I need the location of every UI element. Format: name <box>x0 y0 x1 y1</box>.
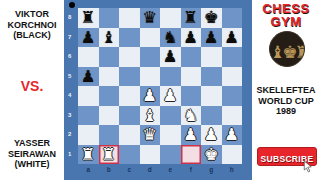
board-frame: ♜♛♜♚♟♝♞♟♟♟♟♟♟♟♝♞♛♟♟♟♜♜♚ 87654321 abcdefg… <box>64 0 252 180</box>
event-title: SKELLEFTEA WORLD CUP 1989 <box>252 85 320 117</box>
chess-gym-logo: ♝♚♜ <box>269 31 305 67</box>
white-player-block: YASSER SEIRAWAN (WHITE) <box>0 138 64 170</box>
white-queen: ♛ <box>140 125 161 145</box>
square-a5: ♟ <box>78 67 99 87</box>
white-side-label: (WHITE) <box>0 159 64 170</box>
rank-label-1: 1 <box>68 145 77 165</box>
square-h2: ♟ <box>222 125 243 145</box>
file-label-b: b <box>99 165 120 174</box>
white-bishop: ♝ <box>140 106 161 126</box>
square-c6 <box>119 47 140 67</box>
square-e3 <box>160 106 181 126</box>
right-panel: CHESS GYM ♝♚♜ SKELLEFTEA WORLD CUP 1989 … <box>252 0 320 180</box>
square-e7: ♞ <box>160 28 181 48</box>
square-b2 <box>99 125 120 145</box>
square-h4 <box>222 86 243 106</box>
square-c1 <box>119 145 140 165</box>
square-c8 <box>119 8 140 28</box>
square-b3 <box>99 106 120 126</box>
black-rook: ♜ <box>181 8 202 28</box>
square-e8 <box>160 8 181 28</box>
square-a7: ♟ <box>78 28 99 48</box>
square-c3 <box>119 106 140 126</box>
left-panel: VIKTOR KORCHNOI (BLACK) VS. YASSER SEIRA… <box>0 0 64 180</box>
square-h5 <box>222 67 243 87</box>
logo-chess-pieces-icon: ♝♚♜ <box>270 32 304 67</box>
square-f2: ♟ <box>181 125 202 145</box>
square-a8: ♜ <box>78 8 99 28</box>
black-pawn: ♟ <box>160 47 181 67</box>
square-d3: ♝ <box>140 106 161 126</box>
square-g6 <box>201 47 222 67</box>
black-queen: ♛ <box>140 8 161 28</box>
square-a6 <box>78 47 99 67</box>
square-g5 <box>201 67 222 87</box>
square-d7 <box>140 28 161 48</box>
square-f3: ♞ <box>181 106 202 126</box>
square-d1 <box>140 145 161 165</box>
square-d8: ♛ <box>140 8 161 28</box>
square-b6 <box>99 47 120 67</box>
file-label-d: d <box>140 165 161 174</box>
square-g8: ♚ <box>201 8 222 28</box>
square-f4 <box>181 86 202 106</box>
square-b5 <box>99 67 120 87</box>
rank-label-8: 8 <box>68 8 77 28</box>
square-b8 <box>99 8 120 28</box>
black-knight: ♞ <box>160 28 181 48</box>
square-e4: ♟ <box>160 86 181 106</box>
white-rook: ♜ <box>99 145 120 165</box>
vs-label: VS. <box>0 78 64 94</box>
square-a2 <box>78 125 99 145</box>
square-g2: ♟ <box>201 125 222 145</box>
square-f7: ♟ <box>181 28 202 48</box>
black-rook: ♜ <box>78 8 99 28</box>
file-label-a: a <box>78 165 99 174</box>
rank-label-5: 5 <box>68 67 77 87</box>
rank-label-7: 7 <box>68 28 77 48</box>
black-player-block: VIKTOR KORCHNOI (BLACK) <box>0 9 64 41</box>
white-knight: ♞ <box>181 106 202 126</box>
square-a1: ♜ <box>78 145 99 165</box>
square-e1 <box>160 145 181 165</box>
white-pawn: ♟ <box>201 125 222 145</box>
square-e5 <box>160 67 181 87</box>
white-player-name: YASSER SEIRAWAN <box>0 138 64 159</box>
square-h7: ♟ <box>222 28 243 48</box>
black-pawn: ♟ <box>222 28 243 48</box>
rank-label-2: 2 <box>68 125 77 145</box>
rank-label-3: 3 <box>68 106 77 126</box>
square-d5 <box>140 67 161 87</box>
white-pawn: ♟ <box>140 86 161 106</box>
subscribe-button[interactable]: SUBSCRIBE <box>257 147 317 166</box>
square-h6 <box>222 47 243 67</box>
square-f5 <box>181 67 202 87</box>
square-b7: ♝ <box>99 28 120 48</box>
square-e6: ♟ <box>160 47 181 67</box>
square-f6 <box>181 47 202 67</box>
square-d6 <box>140 47 161 67</box>
file-label-h: h <box>222 165 243 174</box>
chess-board: ♜♛♜♚♟♝♞♟♟♟♟♟♟♟♝♞♛♟♟♟♜♜♚ <box>78 8 242 164</box>
channel-name-line2: GYM <box>270 14 301 29</box>
white-pawn: ♟ <box>160 86 181 106</box>
black-side-label: (BLACK) <box>0 30 64 41</box>
black-king: ♚ <box>201 8 222 28</box>
square-g7: ♟ <box>201 28 222 48</box>
black-pawn: ♟ <box>201 28 222 48</box>
square-e2 <box>160 125 181 145</box>
video-thumbnail: VIKTOR KORCHNOI (BLACK) VS. YASSER SEIRA… <box>0 0 320 180</box>
rank-label-6: 6 <box>68 47 77 67</box>
file-label-e: e <box>160 165 181 174</box>
square-c4 <box>119 86 140 106</box>
black-pawn: ♟ <box>181 28 202 48</box>
square-d2: ♛ <box>140 125 161 145</box>
channel-name: CHESS GYM <box>252 3 320 28</box>
square-c7 <box>119 28 140 48</box>
square-a4 <box>78 86 99 106</box>
square-g1: ♚ <box>201 145 222 165</box>
white-rook: ♜ <box>78 145 99 165</box>
square-h1 <box>222 145 243 165</box>
file-label-f: f <box>181 165 202 174</box>
square-b4 <box>99 86 120 106</box>
square-c5 <box>119 67 140 87</box>
square-a3 <box>78 106 99 126</box>
white-pawn: ♟ <box>222 125 243 145</box>
cursor-hand-icon <box>301 160 314 173</box>
black-pawn: ♟ <box>78 28 99 48</box>
white-king: ♚ <box>201 145 222 165</box>
black-player-name: VIKTOR KORCHNOI <box>0 9 64 30</box>
square-g4 <box>201 86 222 106</box>
square-d4: ♟ <box>140 86 161 106</box>
file-label-c: c <box>119 165 140 174</box>
square-b1: ♜ <box>99 145 120 165</box>
square-c2 <box>119 125 140 145</box>
square-h3 <box>222 106 243 126</box>
file-label-g: g <box>201 165 222 174</box>
black-bishop: ♝ <box>99 28 120 48</box>
square-f1 <box>181 145 202 165</box>
square-f8: ♜ <box>181 8 202 28</box>
black-pawn: ♟ <box>78 67 99 87</box>
rank-label-4: 4 <box>68 86 77 106</box>
square-g3 <box>201 106 222 126</box>
white-pawn: ♟ <box>181 125 202 145</box>
square-h8 <box>222 8 243 28</box>
